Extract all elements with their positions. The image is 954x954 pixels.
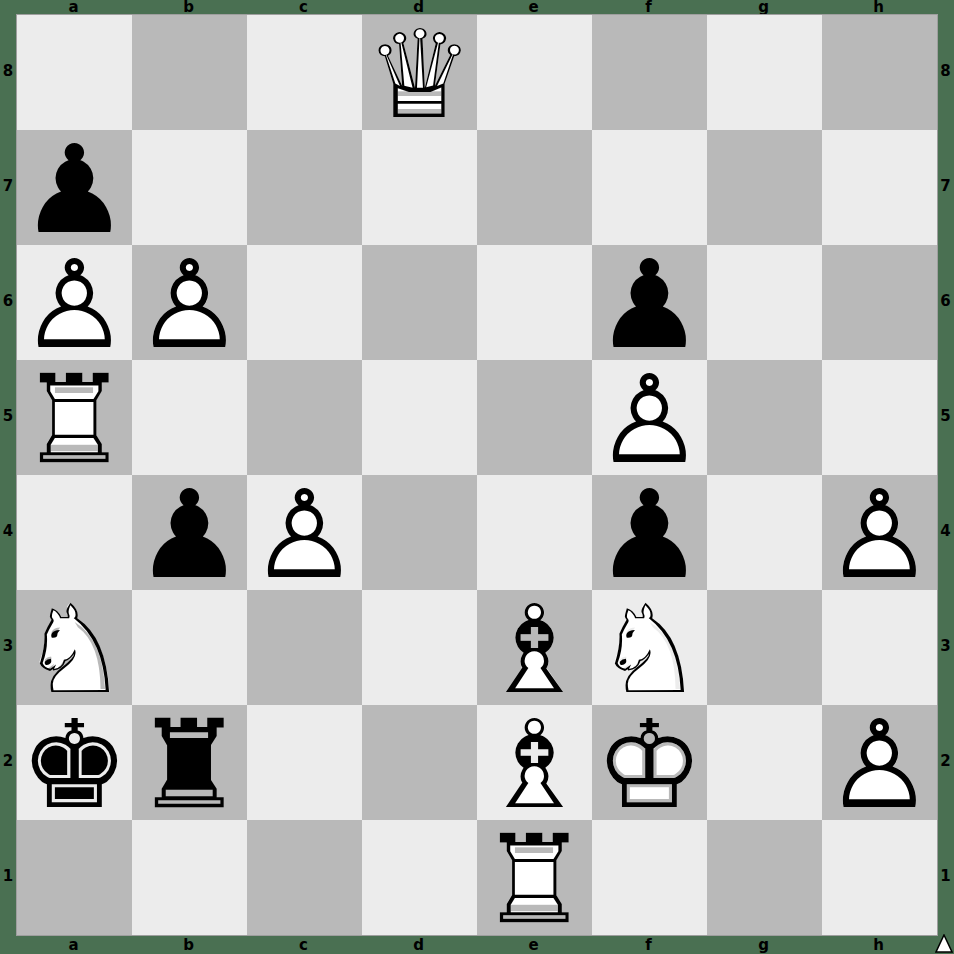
square-h8[interactable]	[822, 15, 937, 130]
file-label-top-g: g	[706, 0, 821, 14]
square-f6[interactable]: ♟	[592, 245, 707, 360]
white-bishop-glyph: ♝	[477, 593, 592, 708]
square-e6[interactable]	[477, 245, 592, 360]
square-c2[interactable]	[247, 705, 362, 820]
file-label-bottom-b: b	[131, 937, 246, 954]
square-a2[interactable]: ♚	[17, 705, 132, 820]
black-pawn-glyph: ♟	[592, 248, 707, 363]
rank-label-left-3: 3	[0, 589, 16, 704]
white-knight-glyph: ♞	[17, 593, 132, 708]
square-h6[interactable]	[822, 245, 937, 360]
white-rook-outline-glyph: ♖	[17, 363, 132, 478]
square-b1[interactable]	[132, 820, 247, 935]
piece-white-rook-e1[interactable]: ♜♖	[477, 820, 592, 935]
rank-labels-left: 87654321	[0, 14, 16, 936]
rank-label-right-4: 4	[937, 474, 954, 589]
square-h5[interactable]	[822, 360, 937, 475]
rank-label-right-6: 6	[937, 244, 954, 359]
white-bishop-outline-glyph: ♗	[477, 593, 592, 708]
white-pawn-glyph: ♟	[17, 248, 132, 363]
piece-black-rook-b2[interactable]: ♜	[132, 705, 247, 820]
white-pawn-outline-glyph: ♙	[592, 363, 707, 478]
piece-black-pawn-f4[interactable]: ♟	[592, 475, 707, 590]
square-a7[interactable]: ♟	[17, 130, 132, 245]
square-e7[interactable]	[477, 130, 592, 245]
square-g7[interactable]	[707, 130, 822, 245]
file-labels-top: abcdefgh	[16, 0, 938, 14]
rank-label-left-6: 6	[0, 244, 16, 359]
file-labels-bottom: abcdefgh	[16, 937, 938, 954]
square-b6[interactable]: ♟♙	[132, 245, 247, 360]
square-c4[interactable]: ♟♙	[247, 475, 362, 590]
white-to-move-indicator	[935, 934, 953, 953]
square-c1[interactable]	[247, 820, 362, 935]
rank-label-right-3: 3	[937, 589, 954, 704]
square-b5[interactable]	[132, 360, 247, 475]
square-d1[interactable]	[362, 820, 477, 935]
file-label-top-d: d	[361, 0, 476, 14]
square-g1[interactable]	[707, 820, 822, 935]
file-label-top-h: h	[821, 0, 936, 14]
square-c6[interactable]	[247, 245, 362, 360]
file-label-bottom-h: h	[821, 937, 936, 954]
square-d3[interactable]	[362, 590, 477, 705]
square-e4[interactable]	[477, 475, 592, 590]
square-f4[interactable]: ♟	[592, 475, 707, 590]
piece-white-pawn-c4[interactable]: ♟♙	[247, 475, 362, 590]
square-d2[interactable]	[362, 705, 477, 820]
square-c3[interactable]	[247, 590, 362, 705]
file-label-bottom-a: a	[16, 937, 131, 954]
piece-white-pawn-h2[interactable]: ♟♙	[822, 705, 937, 820]
square-b4[interactable]: ♟	[132, 475, 247, 590]
square-b2[interactable]: ♜	[132, 705, 247, 820]
square-d6[interactable]	[362, 245, 477, 360]
triangle-up-icon	[936, 935, 952, 952]
square-a8[interactable]	[17, 15, 132, 130]
piece-white-bishop-e2[interactable]: ♝♗	[477, 705, 592, 820]
piece-black-pawn-f6[interactable]: ♟	[592, 245, 707, 360]
square-a3[interactable]: ♞♘	[17, 590, 132, 705]
square-h1[interactable]	[822, 820, 937, 935]
white-pawn-outline-glyph: ♙	[132, 248, 247, 363]
square-f8[interactable]	[592, 15, 707, 130]
square-f2[interactable]: ♚♔	[592, 705, 707, 820]
square-g6[interactable]	[707, 245, 822, 360]
square-g5[interactable]	[707, 360, 822, 475]
white-pawn-outline-glyph: ♙	[822, 708, 937, 823]
square-h4[interactable]: ♟♙	[822, 475, 937, 590]
file-label-bottom-f: f	[591, 937, 706, 954]
white-queen-glyph: ♛	[362, 18, 477, 133]
square-b3[interactable]	[132, 590, 247, 705]
square-e8[interactable]	[477, 15, 592, 130]
rank-labels-right: 87654321	[937, 14, 954, 936]
white-pawn-glyph: ♟	[132, 248, 247, 363]
square-f3[interactable]: ♞♘	[592, 590, 707, 705]
white-king-outline-glyph: ♔	[592, 708, 707, 823]
square-e1[interactable]: ♜♖	[477, 820, 592, 935]
white-rook-glyph: ♜	[17, 363, 132, 478]
file-label-top-f: f	[591, 0, 706, 14]
square-e2[interactable]: ♝♗	[477, 705, 592, 820]
piece-white-pawn-b6[interactable]: ♟♙	[132, 245, 247, 360]
file-label-top-b: b	[131, 0, 246, 14]
square-g8[interactable]	[707, 15, 822, 130]
square-a1[interactable]	[17, 820, 132, 935]
white-bishop-outline-glyph: ♗	[477, 708, 592, 823]
square-d7[interactable]	[362, 130, 477, 245]
file-label-bottom-g: g	[706, 937, 821, 954]
square-d5[interactable]	[362, 360, 477, 475]
piece-white-bishop-e3[interactable]: ♝♗	[477, 590, 592, 705]
white-knight-outline-glyph: ♘	[17, 593, 132, 708]
square-h3[interactable]	[822, 590, 937, 705]
board-frame: abcdefgh abcdefgh 87654321 87654321 ♛♕♟♟…	[0, 0, 954, 954]
black-rook-glyph: ♜	[132, 708, 247, 823]
square-f1[interactable]	[592, 820, 707, 935]
square-c7[interactable]	[247, 130, 362, 245]
file-label-top-e: e	[476, 0, 591, 14]
piece-black-pawn-b4[interactable]: ♟	[132, 475, 247, 590]
square-e3[interactable]: ♝♗	[477, 590, 592, 705]
file-label-bottom-d: d	[361, 937, 476, 954]
black-king-glyph: ♚	[17, 708, 132, 823]
square-c8[interactable]	[247, 15, 362, 130]
rank-label-right-5: 5	[937, 359, 954, 474]
square-c5[interactable]	[247, 360, 362, 475]
black-pawn-glyph: ♟	[592, 478, 707, 593]
white-rook-glyph: ♜	[477, 823, 592, 938]
file-label-bottom-e: e	[476, 937, 591, 954]
piece-white-queen-d8[interactable]: ♛♕	[362, 15, 477, 130]
white-pawn-glyph: ♟	[592, 363, 707, 478]
white-pawn-glyph: ♟	[822, 478, 937, 593]
square-a5[interactable]: ♜♖	[17, 360, 132, 475]
piece-white-king-f2[interactable]: ♚♔	[592, 705, 707, 820]
black-pawn-glyph: ♟	[132, 478, 247, 593]
rank-label-left-4: 4	[0, 474, 16, 589]
rank-label-left-7: 7	[0, 129, 16, 244]
square-b8[interactable]	[132, 15, 247, 130]
rank-label-right-8: 8	[937, 14, 954, 129]
rank-label-left-8: 8	[0, 14, 16, 129]
square-g4[interactable]	[707, 475, 822, 590]
square-a4[interactable]	[17, 475, 132, 590]
square-g2[interactable]	[707, 705, 822, 820]
piece-white-pawn-a6[interactable]: ♟♙	[17, 245, 132, 360]
file-label-top-a: a	[16, 0, 131, 14]
square-d4[interactable]	[362, 475, 477, 590]
rank-label-right-7: 7	[937, 129, 954, 244]
white-pawn-glyph: ♟	[247, 478, 362, 593]
square-a6[interactable]: ♟♙	[17, 245, 132, 360]
piece-white-knight-f3[interactable]: ♞♘	[592, 590, 707, 705]
square-h2[interactable]: ♟♙	[822, 705, 937, 820]
white-bishop-glyph: ♝	[477, 708, 592, 823]
white-pawn-glyph: ♟	[822, 708, 937, 823]
white-king-glyph: ♚	[592, 708, 707, 823]
white-pawn-outline-glyph: ♙	[822, 478, 937, 593]
square-d8[interactable]: ♛♕	[362, 15, 477, 130]
piece-white-pawn-h4[interactable]: ♟♙	[822, 475, 937, 590]
square-g3[interactable]	[707, 590, 822, 705]
square-f7[interactable]	[592, 130, 707, 245]
piece-black-pawn-a7[interactable]: ♟	[17, 130, 132, 245]
white-pawn-outline-glyph: ♙	[247, 478, 362, 593]
square-f5[interactable]: ♟♙	[592, 360, 707, 475]
rank-label-right-1: 1	[937, 819, 954, 934]
chess-board: ♛♕♟♟♙♟♙♟♜♖♟♙♟♟♙♟♟♙♞♘♝♗♞♘♚♜♝♗♚♔♟♙♜♖	[16, 14, 938, 936]
white-queen-outline-glyph: ♕	[362, 18, 477, 133]
rank-label-left-5: 5	[0, 359, 16, 474]
white-knight-outline-glyph: ♘	[592, 593, 707, 708]
white-rook-outline-glyph: ♖	[477, 823, 592, 938]
white-knight-glyph: ♞	[592, 593, 707, 708]
piece-white-knight-a3[interactable]: ♞♘	[17, 590, 132, 705]
square-b7[interactable]	[132, 130, 247, 245]
black-pawn-glyph: ♟	[17, 133, 132, 248]
piece-white-pawn-f5[interactable]: ♟♙	[592, 360, 707, 475]
rank-label-right-2: 2	[937, 704, 954, 819]
piece-white-rook-a5[interactable]: ♜♖	[17, 360, 132, 475]
square-e5[interactable]	[477, 360, 592, 475]
rank-label-left-1: 1	[0, 819, 16, 934]
white-pawn-outline-glyph: ♙	[17, 248, 132, 363]
rank-label-left-2: 2	[0, 704, 16, 819]
file-label-top-c: c	[246, 0, 361, 14]
piece-black-king-a2[interactable]: ♚	[17, 705, 132, 820]
square-h7[interactable]	[822, 130, 937, 245]
file-label-bottom-c: c	[246, 937, 361, 954]
